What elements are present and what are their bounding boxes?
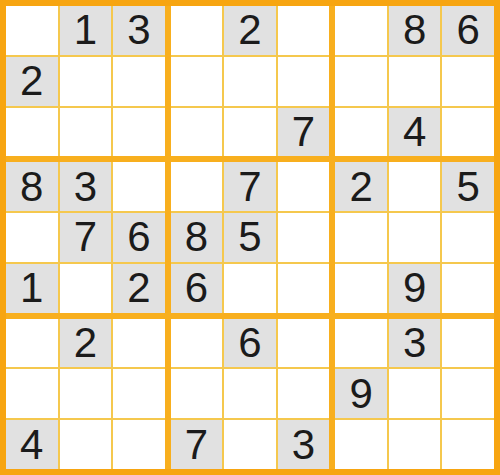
cell-r5c1[interactable]	[6, 213, 58, 262]
cell-r1c7[interactable]	[335, 6, 387, 55]
box-2-2: 7856	[171, 162, 330, 312]
cell-r8c5[interactable]	[224, 369, 276, 418]
cell-r8c8[interactable]	[389, 369, 441, 418]
cell-r9c8[interactable]	[389, 420, 441, 469]
box-1-2: 27	[171, 6, 330, 156]
cell-r4c3[interactable]	[113, 162, 165, 211]
cell-r6c7[interactable]	[335, 264, 387, 313]
cell-r6c4[interactable]: 6	[171, 264, 223, 313]
cell-r3c4[interactable]	[171, 108, 223, 157]
cell-r3c9[interactable]	[442, 108, 494, 157]
cell-r8c3[interactable]	[113, 369, 165, 418]
cell-r2c9[interactable]	[442, 57, 494, 106]
cell-r7c9[interactable]	[442, 319, 494, 368]
cell-r8c9[interactable]	[442, 369, 494, 418]
cell-r7c5[interactable]: 6	[224, 319, 276, 368]
cell-r4c6[interactable]	[278, 162, 330, 211]
cell-r4c2[interactable]: 3	[60, 162, 112, 211]
cell-r4c5[interactable]: 7	[224, 162, 276, 211]
cell-r4c1[interactable]: 8	[6, 162, 58, 211]
cell-r1c9[interactable]: 6	[442, 6, 494, 55]
cell-r5c2[interactable]: 7	[60, 213, 112, 262]
cell-r5c3[interactable]: 6	[113, 213, 165, 262]
cell-r5c5[interactable]: 5	[224, 213, 276, 262]
cell-r3c2[interactable]	[60, 108, 112, 157]
cell-r9c1[interactable]: 4	[6, 420, 58, 469]
cell-r7c3[interactable]	[113, 319, 165, 368]
cell-r1c6[interactable]	[278, 6, 330, 55]
cell-r2c7[interactable]	[335, 57, 387, 106]
cell-r2c8[interactable]	[389, 57, 441, 106]
cell-r9c7[interactable]	[335, 420, 387, 469]
sudoku-board: 1322786483761278562592467339	[0, 0, 500, 475]
cell-r8c7[interactable]: 9	[335, 369, 387, 418]
cell-r9c5[interactable]	[224, 420, 276, 469]
cell-r7c1[interactable]	[6, 319, 58, 368]
cell-r7c4[interactable]	[171, 319, 223, 368]
cell-r8c4[interactable]	[171, 369, 223, 418]
cell-r1c4[interactable]	[171, 6, 223, 55]
box-3-2: 673	[171, 319, 330, 469]
cell-r9c9[interactable]	[442, 420, 494, 469]
cell-r9c3[interactable]	[113, 420, 165, 469]
cell-r7c6[interactable]	[278, 319, 330, 368]
cell-r2c4[interactable]	[171, 57, 223, 106]
cell-r1c1[interactable]	[6, 6, 58, 55]
cell-r1c2[interactable]: 1	[60, 6, 112, 55]
cell-r8c1[interactable]	[6, 369, 58, 418]
cell-r4c9[interactable]: 5	[442, 162, 494, 211]
cell-r7c2[interactable]: 2	[60, 319, 112, 368]
box-3-1: 24	[6, 319, 165, 469]
cell-r4c8[interactable]	[389, 162, 441, 211]
cell-r9c4[interactable]: 7	[171, 420, 223, 469]
cell-r5c4[interactable]: 8	[171, 213, 223, 262]
cell-r9c2[interactable]	[60, 420, 112, 469]
cell-r2c3[interactable]	[113, 57, 165, 106]
cell-r2c1[interactable]: 2	[6, 57, 58, 106]
box-2-3: 259	[335, 162, 494, 312]
cell-r9c6[interactable]: 3	[278, 420, 330, 469]
cell-r3c6[interactable]: 7	[278, 108, 330, 157]
cell-r6c6[interactable]	[278, 264, 330, 313]
cell-r3c1[interactable]	[6, 108, 58, 157]
cell-r5c9[interactable]	[442, 213, 494, 262]
cell-r5c8[interactable]	[389, 213, 441, 262]
cell-r3c8[interactable]: 4	[389, 108, 441, 157]
box-3-3: 39	[335, 319, 494, 469]
box-2-1: 837612	[6, 162, 165, 312]
cell-r7c7[interactable]	[335, 319, 387, 368]
cell-r1c3[interactable]: 3	[113, 6, 165, 55]
cell-r4c4[interactable]	[171, 162, 223, 211]
cell-r3c3[interactable]	[113, 108, 165, 157]
cell-r6c5[interactable]	[224, 264, 276, 313]
box-1-1: 132	[6, 6, 165, 156]
cell-r8c6[interactable]	[278, 369, 330, 418]
cell-r4c7[interactable]: 2	[335, 162, 387, 211]
cell-r1c5[interactable]: 2	[224, 6, 276, 55]
cell-r6c8[interactable]: 9	[389, 264, 441, 313]
cell-r3c5[interactable]	[224, 108, 276, 157]
cell-r1c8[interactable]: 8	[389, 6, 441, 55]
cell-r7c8[interactable]: 3	[389, 319, 441, 368]
cell-r5c6[interactable]	[278, 213, 330, 262]
cell-r2c2[interactable]	[60, 57, 112, 106]
cell-r6c1[interactable]: 1	[6, 264, 58, 313]
cell-r3c7[interactable]	[335, 108, 387, 157]
cell-r8c2[interactable]	[60, 369, 112, 418]
cell-r6c3[interactable]: 2	[113, 264, 165, 313]
cell-r6c2[interactable]	[60, 264, 112, 313]
cell-r6c9[interactable]	[442, 264, 494, 313]
cell-r2c5[interactable]	[224, 57, 276, 106]
box-1-3: 864	[335, 6, 494, 156]
cell-r5c7[interactable]	[335, 213, 387, 262]
cell-r2c6[interactable]	[278, 57, 330, 106]
